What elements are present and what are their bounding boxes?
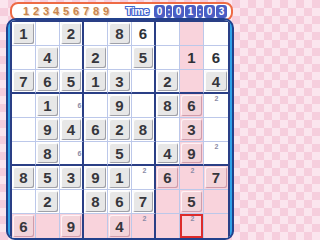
pencil-mark: 6 — [76, 150, 83, 158]
given-digit: 5 — [139, 50, 147, 65]
cell-r9c2[interactable] — [36, 214, 60, 238]
given-tile: 8 — [157, 95, 178, 116]
given-digit: 4 — [115, 219, 123, 234]
cell-r7c4[interactable]: 9 — [84, 166, 108, 190]
given-tile: 3 — [109, 71, 130, 91]
given-tile: 9 — [61, 215, 81, 237]
cell-r7c6[interactable]: 2 — [132, 166, 156, 190]
given-digit: 2 — [115, 122, 123, 137]
sudoku-grid: 1286425167651324169862946283865492853912… — [10, 20, 230, 240]
cell-r1c3[interactable]: 2 — [60, 22, 84, 46]
given-digit: 1 — [19, 26, 27, 41]
cell-r8c3[interactable] — [60, 190, 84, 214]
digit-button-3[interactable]: 3 — [41, 4, 51, 19]
given-digit: 1 — [91, 74, 99, 89]
given-tile: 5 — [181, 191, 202, 212]
given-digit: 8 — [163, 98, 171, 113]
cell-r7c7[interactable]: 6 — [156, 166, 180, 190]
given-digit: 5 — [67, 74, 75, 89]
given-tile: 6 — [85, 119, 106, 140]
given-digit: 9 — [43, 122, 51, 137]
given-tile: 1 — [85, 71, 106, 91]
given-tile: 5 — [109, 143, 130, 163]
cell-r8c8[interactable]: 5 — [180, 190, 204, 214]
cell-r2c2[interactable]: 4 — [36, 46, 60, 70]
given-tile: 9 — [109, 95, 130, 116]
cell-r7c5[interactable]: 1 — [108, 166, 132, 190]
cell-r3c2[interactable]: 6 — [36, 70, 60, 94]
given-tile: 4 — [37, 47, 58, 68]
cell-r9c3[interactable]: 9 — [60, 214, 84, 238]
timer-digit: 0 — [204, 5, 215, 18]
given-tile: 7 — [13, 71, 34, 91]
given-digit: 4 — [163, 146, 171, 161]
given-digit: 3 — [67, 170, 75, 185]
timer-digit: 1 — [185, 5, 196, 18]
cell-r3c7[interactable]: 2 — [156, 70, 180, 94]
cell-r9c7[interactable] — [156, 214, 180, 238]
cell-r5c6[interactable]: 8 — [132, 118, 156, 142]
given-tile: 8 — [37, 143, 58, 163]
cell-r7c8[interactable]: 2 — [180, 166, 204, 190]
cell-r8c7[interactable] — [156, 190, 180, 214]
cell-r1c6[interactable]: 6 — [132, 22, 156, 46]
given-digit: 7 — [212, 170, 220, 185]
given-digit: 7 — [19, 74, 27, 89]
given-digit: 6 — [187, 98, 195, 113]
given-digit: 2 — [43, 194, 51, 209]
digit-button-4[interactable]: 4 — [51, 4, 61, 19]
timer: 0:01:03 — [154, 5, 227, 18]
given-tile: 5 — [133, 47, 153, 68]
cell-r6c2[interactable]: 8 — [36, 142, 60, 166]
time-label: Time — [126, 6, 149, 17]
pencil-mark: 2 — [213, 95, 220, 103]
cell-r1c5[interactable]: 8 — [108, 22, 132, 46]
cell-r5c1[interactable] — [12, 118, 36, 142]
given-digit: 8 — [43, 146, 51, 161]
given-tile: 2 — [61, 23, 81, 44]
pencil-mark: 2 — [213, 143, 220, 151]
cell-r5c2[interactable]: 9 — [36, 118, 60, 142]
cell-r2c7[interactable] — [156, 46, 180, 70]
given-digit: 5 — [43, 170, 51, 185]
cell-r4c7[interactable]: 8 — [156, 94, 180, 118]
given-tile: 8 — [13, 167, 34, 188]
given-tile: 1 — [37, 95, 58, 116]
cell-r4c4[interactable] — [84, 94, 108, 118]
cell-r7c1[interactable]: 8 — [12, 166, 36, 190]
given-digit: 1 — [115, 170, 123, 185]
given-digit: 9 — [187, 146, 195, 161]
cell-r1c4[interactable] — [84, 22, 108, 46]
cell-r4c9[interactable]: 2 — [204, 94, 228, 118]
cell-r9c1[interactable]: 6 — [12, 214, 36, 238]
cell-r3c8[interactable] — [180, 70, 204, 94]
timer-colon: : — [166, 5, 172, 18]
cell-r4c5[interactable]: 9 — [108, 94, 132, 118]
cell-r2c4[interactable]: 2 — [84, 46, 108, 70]
number-button-list: 123456789 — [21, 4, 111, 19]
timer-area: Time 0:01:03 — [126, 5, 227, 18]
given-digit: 3 — [187, 122, 195, 137]
screen: { "game": "sudoku", "header": { "number_… — [0, 0, 240, 240]
given-tile: 3 — [181, 119, 202, 140]
digit-button-1[interactable]: 1 — [21, 4, 31, 19]
digit-button-7[interactable]: 7 — [81, 4, 91, 19]
given-digit: 8 — [91, 194, 99, 209]
given-tile: 2 — [85, 47, 106, 68]
given-tile: 6 — [181, 95, 202, 116]
given-digit: 3 — [115, 74, 123, 89]
given-tile: 7 — [133, 191, 153, 212]
given-tile: 5 — [61, 71, 81, 91]
pencil-mark: 2 — [141, 215, 148, 223]
given-digit: 2 — [163, 74, 171, 89]
timer-colon: : — [197, 5, 203, 18]
given-tile: 8 — [133, 119, 153, 140]
cell-r4c8[interactable]: 6 — [180, 94, 204, 118]
cell-r8c2[interactable]: 2 — [36, 190, 60, 214]
given-digit: 6 — [115, 194, 123, 209]
cell-r1c1[interactable]: 1 — [12, 22, 36, 46]
given-tile: 5 — [37, 167, 58, 188]
given-tile: 9 — [181, 143, 202, 163]
given-digit: 2 — [91, 50, 99, 65]
cell-r5c4[interactable]: 6 — [84, 118, 108, 142]
cell-r6c1[interactable] — [12, 142, 36, 166]
given-tile: 6 — [37, 71, 58, 91]
given-tile: 4 — [61, 119, 81, 140]
digit-button-2[interactable]: 2 — [31, 4, 41, 19]
given-tile: 2 — [109, 119, 130, 140]
cell-r2c8[interactable]: 1 — [180, 46, 204, 70]
given-digit: 5 — [187, 194, 195, 209]
cell-r4c1[interactable] — [12, 94, 36, 118]
cell-r3c9[interactable]: 4 — [204, 70, 228, 94]
cell-r1c8[interactable] — [180, 22, 204, 46]
cell-r8c9[interactable] — [204, 190, 228, 214]
cell-r3c5[interactable]: 3 — [108, 70, 132, 94]
digit-button-5[interactable]: 5 — [61, 4, 71, 19]
cell-r1c7[interactable] — [156, 22, 180, 46]
pencil-mark: 2 — [189, 215, 196, 223]
given-digit: 6 — [43, 74, 51, 89]
given-tile: 8 — [109, 23, 130, 44]
cell-r2c1[interactable] — [12, 46, 36, 70]
given-tile: 6 — [13, 215, 34, 237]
cell-r2c9[interactable]: 6 — [204, 46, 228, 70]
user-digit: 6 — [139, 26, 147, 41]
given-digit: 6 — [19, 219, 27, 234]
cell-r9c6[interactable]: 2 — [132, 214, 156, 238]
given-tile: 2 — [157, 71, 178, 91]
cell-r9c5[interactable]: 4 — [108, 214, 132, 238]
digit-button-8[interactable]: 8 — [91, 4, 101, 19]
given-tile: 7 — [205, 167, 227, 188]
cell-r8c4[interactable]: 8 — [84, 190, 108, 214]
pencil-mark: 6 — [76, 102, 83, 110]
cell-r2c6[interactable]: 5 — [132, 46, 156, 70]
user-digit: 1 — [187, 50, 195, 65]
cell-r6c8[interactable]: 9 — [180, 142, 204, 166]
given-digit: 7 — [139, 194, 147, 209]
given-digit: 8 — [139, 122, 147, 137]
cell-r5c9[interactable] — [204, 118, 228, 142]
given-digit: 2 — [67, 26, 75, 41]
cell-r7c9[interactable]: 7 — [204, 166, 228, 190]
given-tile: 4 — [157, 143, 178, 163]
given-tile: 8 — [85, 191, 106, 212]
cell-r5c7[interactable] — [156, 118, 180, 142]
cell-r1c2[interactable] — [36, 22, 60, 46]
given-digit: 9 — [91, 170, 99, 185]
cell-r6c6[interactable] — [132, 142, 156, 166]
cell-r8c6[interactable]: 7 — [132, 190, 156, 214]
cell-r3c4[interactable]: 1 — [84, 70, 108, 94]
given-tile: 9 — [85, 167, 106, 188]
given-digit: 9 — [67, 219, 75, 234]
cell-r6c3[interactable]: 6 — [60, 142, 84, 166]
given-tile: 2 — [37, 191, 58, 212]
given-tile: 4 — [205, 71, 227, 91]
cell-r5c5[interactable]: 2 — [108, 118, 132, 142]
given-tile: 6 — [157, 167, 178, 188]
timer-digit: 3 — [216, 5, 227, 18]
board-frame: 1286425167651324169862946283865492853912… — [6, 18, 234, 240]
timer-digit: 0 — [154, 5, 165, 18]
given-tile: 4 — [109, 215, 130, 237]
cell-r9c8[interactable]: 2 — [180, 214, 204, 238]
given-digit: 6 — [163, 170, 171, 185]
given-tile: 1 — [109, 167, 130, 188]
given-digit: 5 — [115, 146, 123, 161]
timer-digit: 0 — [173, 5, 184, 18]
digit-button-6[interactable]: 6 — [71, 4, 81, 19]
given-digit: 4 — [43, 50, 51, 65]
cell-r6c9[interactable]: 2 — [204, 142, 228, 166]
given-tile: 6 — [109, 191, 130, 212]
given-tile: 1 — [13, 23, 34, 44]
cell-r6c5[interactable]: 5 — [108, 142, 132, 166]
given-digit: 8 — [115, 26, 123, 41]
given-digit: 9 — [115, 98, 123, 113]
given-tile: 9 — [37, 119, 58, 140]
pencil-mark: 2 — [141, 167, 148, 175]
cell-r2c3[interactable] — [60, 46, 84, 70]
cell-r3c3[interactable]: 5 — [60, 70, 84, 94]
cell-r7c2[interactable]: 5 — [36, 166, 60, 190]
given-tile: 3 — [61, 167, 81, 188]
cell-r8c1[interactable] — [12, 190, 36, 214]
given-digit: 8 — [19, 170, 27, 185]
cell-r3c1[interactable]: 7 — [12, 70, 36, 94]
cell-r3c6[interactable] — [132, 70, 156, 94]
cell-r9c9[interactable] — [204, 214, 228, 238]
cell-r5c8[interactable]: 3 — [180, 118, 204, 142]
given-digit: 6 — [91, 122, 99, 137]
cell-r6c7[interactable]: 4 — [156, 142, 180, 166]
cell-r2c5[interactable] — [108, 46, 132, 70]
pencil-mark: 2 — [189, 167, 196, 175]
given-digit: 4 — [212, 74, 220, 89]
cell-r1c9[interactable] — [204, 22, 228, 46]
cell-r5c3[interactable]: 4 — [60, 118, 84, 142]
digit-button-9[interactable]: 9 — [101, 4, 111, 19]
cell-r4c2[interactable]: 1 — [36, 94, 60, 118]
cell-r6c4[interactable] — [84, 142, 108, 166]
given-digit: 1 — [43, 98, 51, 113]
cell-r4c3[interactable]: 6 — [60, 94, 84, 118]
given-digit: 4 — [67, 122, 75, 137]
cell-r7c3[interactable]: 3 — [60, 166, 84, 190]
cell-r8c5[interactable]: 6 — [108, 190, 132, 214]
cell-r9c4[interactable] — [84, 214, 108, 238]
user-digit: 6 — [212, 50, 220, 65]
cell-r4c6[interactable] — [132, 94, 156, 118]
